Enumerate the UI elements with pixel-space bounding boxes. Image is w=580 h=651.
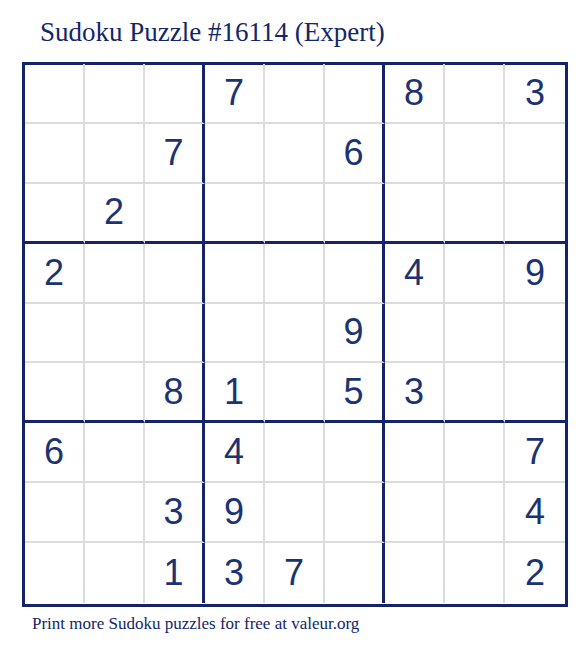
- cell-r8c9: 4: [505, 483, 565, 543]
- cell-r1c9: 3: [505, 64, 565, 124]
- cell-r6c3: 8: [145, 363, 205, 423]
- cell-r3c1: [25, 184, 85, 244]
- cell-r6c1: [25, 363, 85, 423]
- cell-r8c6: [325, 483, 385, 543]
- cell-r4c4: [205, 244, 265, 304]
- cell-r4c5: [265, 244, 325, 304]
- cell-r3c3: [145, 184, 205, 244]
- cell-r2c8: [445, 124, 505, 184]
- cell-r5c4: [205, 304, 265, 364]
- cell-r7c8: [445, 423, 505, 483]
- cell-r2c4: [205, 124, 265, 184]
- sudoku-board: 783762249981536473941372: [22, 62, 568, 607]
- cell-r9c2: [85, 543, 145, 603]
- cell-r3c4: [205, 184, 265, 244]
- cell-r2c6: 6: [325, 124, 385, 184]
- cell-r2c1: [25, 124, 85, 184]
- cell-r2c5: [265, 124, 325, 184]
- cell-r7c1: 6: [25, 423, 85, 483]
- cell-r1c5: [265, 64, 325, 124]
- cell-r8c1: [25, 483, 85, 543]
- cell-r1c6: [325, 64, 385, 124]
- cell-r5c5: [265, 304, 325, 364]
- cell-r6c6: 5: [325, 363, 385, 423]
- cell-r5c8: [445, 304, 505, 364]
- cell-r9c4: 3: [205, 543, 265, 603]
- cell-r5c1: [25, 304, 85, 364]
- cell-r9c8: [445, 543, 505, 603]
- cell-r8c8: [445, 483, 505, 543]
- cell-r6c4: 1: [205, 363, 265, 423]
- cell-r2c3: 7: [145, 124, 205, 184]
- cell-r8c3: 3: [145, 483, 205, 543]
- cell-r2c9: [505, 124, 565, 184]
- cell-r1c2: [85, 64, 145, 124]
- cell-r8c2: [85, 483, 145, 543]
- cell-r4c7: 4: [385, 244, 445, 304]
- cell-r3c8: [445, 184, 505, 244]
- cell-r1c3: [145, 64, 205, 124]
- cell-r6c8: [445, 363, 505, 423]
- cell-r6c7: 3: [385, 363, 445, 423]
- cell-r7c5: [265, 423, 325, 483]
- cell-r7c2: [85, 423, 145, 483]
- cell-r9c3: 1: [145, 543, 205, 603]
- page-title: Sudoku Puzzle #16114 (Expert): [40, 16, 385, 48]
- cell-r7c6: [325, 423, 385, 483]
- cell-r9c9: 2: [505, 543, 565, 603]
- cell-r5c7: [385, 304, 445, 364]
- cell-r4c1: 2: [25, 244, 85, 304]
- sudoku-page: Sudoku Puzzle #16114 (Expert) 7837622499…: [0, 0, 580, 651]
- cell-r2c2: [85, 124, 145, 184]
- cell-r9c1: [25, 543, 85, 603]
- cell-r9c7: [385, 543, 445, 603]
- cell-r3c5: [265, 184, 325, 244]
- cell-r1c7: 8: [385, 64, 445, 124]
- cell-r7c3: [145, 423, 205, 483]
- cell-r7c9: 7: [505, 423, 565, 483]
- cell-r1c1: [25, 64, 85, 124]
- cell-r5c3: [145, 304, 205, 364]
- cell-r2c7: [385, 124, 445, 184]
- cell-r3c6: [325, 184, 385, 244]
- cell-r9c5: 7: [265, 543, 325, 603]
- cell-r6c2: [85, 363, 145, 423]
- cell-r7c4: 4: [205, 423, 265, 483]
- cell-r5c6: 9: [325, 304, 385, 364]
- footer-text: Print more Sudoku puzzles for free at va…: [32, 613, 359, 635]
- cell-r6c5: [265, 363, 325, 423]
- cell-r4c3: [145, 244, 205, 304]
- cell-r1c4: 7: [205, 64, 265, 124]
- cell-r3c2: 2: [85, 184, 145, 244]
- cell-r1c8: [445, 64, 505, 124]
- cell-r6c9: [505, 363, 565, 423]
- cell-r8c4: 9: [205, 483, 265, 543]
- cell-r3c7: [385, 184, 445, 244]
- cell-r8c5: [265, 483, 325, 543]
- cell-r5c9: [505, 304, 565, 364]
- cell-r4c6: [325, 244, 385, 304]
- cell-r4c2: [85, 244, 145, 304]
- cell-r9c6: [325, 543, 385, 603]
- cell-r7c7: [385, 423, 445, 483]
- cell-r3c9: [505, 184, 565, 244]
- cell-r5c2: [85, 304, 145, 364]
- cell-r8c7: [385, 483, 445, 543]
- cell-r4c8: [445, 244, 505, 304]
- cell-r4c9: 9: [505, 244, 565, 304]
